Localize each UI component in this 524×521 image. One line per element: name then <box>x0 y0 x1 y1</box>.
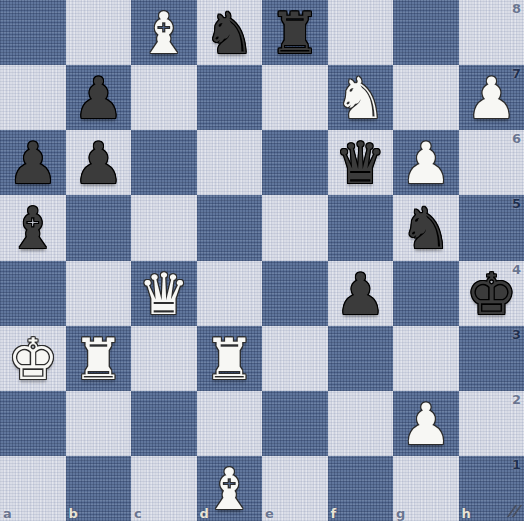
rank-label-8: 8 <box>512 1 521 16</box>
black-knight[interactable]: ♞ <box>197 0 263 65</box>
square-a7[interactable] <box>0 65 66 130</box>
square-h5[interactable]: 5 <box>459 195 524 260</box>
black-pawn[interactable]: ♟ <box>328 261 394 326</box>
square-g3[interactable] <box>393 326 459 391</box>
square-g5[interactable]: ♞ <box>393 195 459 260</box>
square-d1[interactable]: d♝ <box>197 456 263 521</box>
square-c2[interactable] <box>131 391 197 456</box>
chess-board: ♝♞♜8♟♞7♟♟♟♛♟6♝♞5♛♟4♚♚♜♜3♟2abcd♝efg1h <box>0 0 524 521</box>
square-h2[interactable]: 2 <box>459 391 524 456</box>
black-king[interactable]: ♚ <box>459 261 524 326</box>
square-d7[interactable] <box>197 65 263 130</box>
square-g1[interactable]: g <box>393 456 459 521</box>
black-pawn[interactable]: ♟ <box>0 130 66 195</box>
white-bishop[interactable]: ♝ <box>131 0 197 65</box>
square-g7[interactable] <box>393 65 459 130</box>
square-b6[interactable]: ♟ <box>66 130 132 195</box>
white-pawn[interactable]: ♟ <box>393 130 459 195</box>
square-h6[interactable]: 6 <box>459 130 524 195</box>
square-a2[interactable] <box>0 391 66 456</box>
square-b3[interactable]: ♜ <box>66 326 132 391</box>
file-label-b: b <box>69 506 78 521</box>
black-pawn[interactable]: ♟ <box>66 65 132 130</box>
white-knight[interactable]: ♞ <box>328 65 394 130</box>
file-label-g: g <box>396 506 405 521</box>
square-f1[interactable]: f <box>328 456 394 521</box>
file-label-h: h <box>462 506 471 521</box>
square-g2[interactable]: ♟ <box>393 391 459 456</box>
black-pawn[interactable]: ♟ <box>66 130 132 195</box>
square-f3[interactable] <box>328 326 394 391</box>
square-b5[interactable] <box>66 195 132 260</box>
square-f4[interactable]: ♟ <box>328 261 394 326</box>
square-d6[interactable] <box>197 130 263 195</box>
square-g8[interactable] <box>393 0 459 65</box>
square-b2[interactable] <box>66 391 132 456</box>
square-a3[interactable]: ♚ <box>0 326 66 391</box>
square-d2[interactable] <box>197 391 263 456</box>
square-c7[interactable] <box>131 65 197 130</box>
black-bishop[interactable]: ♝ <box>0 195 66 260</box>
square-g6[interactable]: ♟ <box>393 130 459 195</box>
square-h3[interactable]: 3 <box>459 326 524 391</box>
white-queen[interactable]: ♛ <box>131 261 197 326</box>
file-label-f: f <box>331 506 337 521</box>
square-d4[interactable] <box>197 261 263 326</box>
square-f8[interactable] <box>328 0 394 65</box>
square-f5[interactable] <box>328 195 394 260</box>
square-e5[interactable] <box>262 195 328 260</box>
square-e2[interactable] <box>262 391 328 456</box>
file-label-c: c <box>134 506 142 521</box>
square-a5[interactable]: ♝ <box>0 195 66 260</box>
square-f6[interactable]: ♛ <box>328 130 394 195</box>
square-f2[interactable] <box>328 391 394 456</box>
rank-label-3: 3 <box>512 327 521 342</box>
square-e4[interactable] <box>262 261 328 326</box>
white-pawn[interactable]: ♟ <box>459 65 524 130</box>
black-rook[interactable]: ♜ <box>262 0 328 65</box>
square-h4[interactable]: 4♚ <box>459 261 524 326</box>
square-a1[interactable]: a <box>0 456 66 521</box>
white-pawn[interactable]: ♟ <box>393 391 459 456</box>
square-e8[interactable]: ♜ <box>262 0 328 65</box>
square-c3[interactable] <box>131 326 197 391</box>
square-e3[interactable] <box>262 326 328 391</box>
file-label-e: e <box>265 506 274 521</box>
square-c4[interactable]: ♛ <box>131 261 197 326</box>
square-h1[interactable]: 1h <box>459 456 524 521</box>
black-knight[interactable]: ♞ <box>393 195 459 260</box>
square-a8[interactable] <box>0 0 66 65</box>
square-g4[interactable] <box>393 261 459 326</box>
square-c6[interactable] <box>131 130 197 195</box>
rank-label-2: 2 <box>512 392 521 407</box>
square-e7[interactable] <box>262 65 328 130</box>
black-queen[interactable]: ♛ <box>328 130 394 195</box>
square-a6[interactable]: ♟ <box>0 130 66 195</box>
square-e1[interactable]: e <box>262 456 328 521</box>
file-label-a: a <box>3 506 12 521</box>
square-h8[interactable]: 8 <box>459 0 524 65</box>
white-king[interactable]: ♚ <box>0 326 66 391</box>
white-rook[interactable]: ♜ <box>66 326 132 391</box>
square-f7[interactable]: ♞ <box>328 65 394 130</box>
square-c1[interactable]: c <box>131 456 197 521</box>
square-b1[interactable]: b <box>66 456 132 521</box>
square-c5[interactable] <box>131 195 197 260</box>
white-bishop[interactable]: ♝ <box>197 456 263 521</box>
white-rook[interactable]: ♜ <box>197 326 263 391</box>
square-e6[interactable] <box>262 130 328 195</box>
rank-label-6: 6 <box>512 131 521 146</box>
square-d8[interactable]: ♞ <box>197 0 263 65</box>
square-a4[interactable] <box>0 261 66 326</box>
square-d3[interactable]: ♜ <box>197 326 263 391</box>
rank-label-5: 5 <box>512 196 521 211</box>
square-b7[interactable]: ♟ <box>66 65 132 130</box>
square-b4[interactable] <box>66 261 132 326</box>
square-b8[interactable] <box>66 0 132 65</box>
rank-label-1: 1 <box>512 457 521 472</box>
square-c8[interactable]: ♝ <box>131 0 197 65</box>
square-h7[interactable]: 7♟ <box>459 65 524 130</box>
square-d5[interactable] <box>197 195 263 260</box>
